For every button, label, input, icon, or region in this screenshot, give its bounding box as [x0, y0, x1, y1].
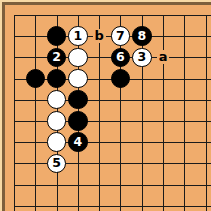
intersection-c2-r4 [25, 68, 46, 89]
intersection-c6-r2: 7 [110, 26, 131, 47]
white-stone [47, 90, 67, 110]
white-stone-1: 1 [68, 26, 88, 46]
black-stone-6: 6 [111, 48, 131, 68]
point-label-a: a [157, 50, 170, 64]
intersection-c7-r2: 8 [131, 26, 152, 47]
black-stone [68, 111, 88, 131]
black-stone-2: 2 [47, 48, 67, 68]
intersection-c3-r2 [46, 26, 67, 47]
intersection-c6-r3: 6 [110, 47, 131, 68]
intersection-c3-r7 [46, 132, 67, 153]
white-stone [47, 111, 67, 131]
white-stone [68, 48, 88, 68]
intersection-c5-r2: b [89, 26, 110, 47]
black-stone [47, 69, 67, 89]
white-stone-7: 7 [111, 26, 131, 46]
intersection-c4-r7: 4 [67, 132, 88, 153]
intersection-c4-r2: 1 [67, 26, 88, 47]
black-stone [26, 69, 46, 89]
intersection-c3-r3: 2 [46, 47, 67, 68]
white-stone-5: 5 [47, 154, 67, 174]
go-corner-diagram: 17826345ba [0, 0, 211, 211]
intersection-c3-r5 [46, 89, 67, 110]
intersection-c3-r4 [46, 68, 67, 89]
white-stone-3: 3 [132, 48, 152, 68]
intersection-c6-r4 [110, 68, 131, 89]
black-stone [68, 90, 88, 110]
black-stone [111, 69, 131, 89]
intersection-c4-r3 [67, 47, 88, 68]
white-stone [47, 132, 67, 152]
goban-grid: 17826345ba [3, 4, 211, 211]
black-stone-4: 4 [68, 132, 88, 152]
intersection-c4-r5 [67, 89, 88, 110]
black-stone [47, 26, 67, 46]
intersection-c3-r8: 5 [46, 153, 67, 174]
intersection-c4-r4 [67, 68, 88, 89]
intersection-c7-r3: 3 [131, 47, 152, 68]
white-stone [68, 69, 88, 89]
intersection-c3-r6 [46, 110, 67, 131]
intersection-c8-r3: a [152, 47, 173, 68]
point-label-b: b [93, 29, 106, 43]
intersection-c4-r6 [67, 110, 88, 131]
black-stone-8: 8 [132, 26, 152, 46]
